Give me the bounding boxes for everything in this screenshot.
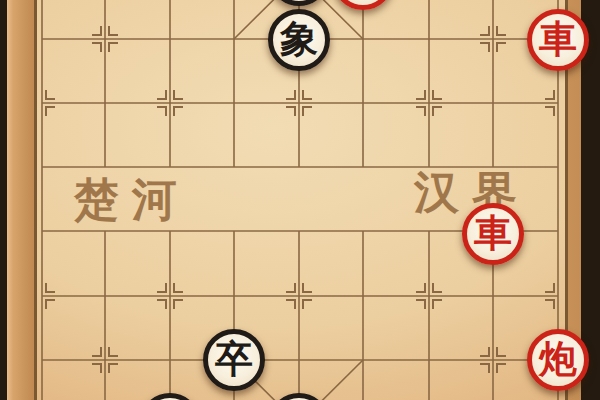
position-marker bbox=[303, 90, 312, 99]
piece-elephant-e8[interactable]: 象 bbox=[268, 9, 330, 71]
position-marker bbox=[157, 300, 166, 309]
position-marker bbox=[46, 283, 55, 292]
position-marker bbox=[303, 283, 312, 292]
piece-glyph: 車 bbox=[539, 20, 577, 58]
position-marker bbox=[480, 43, 489, 52]
position-marker bbox=[303, 107, 312, 116]
position-marker bbox=[174, 283, 183, 292]
position-marker bbox=[174, 300, 183, 309]
position-marker bbox=[433, 107, 442, 116]
position-marker bbox=[109, 364, 118, 373]
position-marker bbox=[109, 43, 118, 52]
position-marker bbox=[157, 107, 166, 116]
position-marker bbox=[286, 283, 295, 292]
position-marker bbox=[174, 90, 183, 99]
position-marker bbox=[157, 90, 166, 99]
position-marker bbox=[497, 364, 506, 373]
position-marker bbox=[497, 26, 506, 35]
position-marker bbox=[545, 107, 554, 116]
position-marker bbox=[433, 283, 442, 292]
xiangqi-board: 楚河 汉界 象車車卒炮 bbox=[0, 0, 600, 400]
position-marker bbox=[480, 347, 489, 356]
position-marker bbox=[416, 107, 425, 116]
position-marker bbox=[92, 43, 101, 52]
position-marker bbox=[286, 300, 295, 309]
position-marker bbox=[433, 300, 442, 309]
position-marker bbox=[174, 107, 183, 116]
river-text-chu-he: 楚河 bbox=[74, 177, 190, 222]
position-marker bbox=[416, 300, 425, 309]
position-marker bbox=[545, 90, 554, 99]
position-marker bbox=[480, 364, 489, 373]
position-marker bbox=[545, 300, 554, 309]
position-marker bbox=[109, 347, 118, 356]
position-marker bbox=[157, 283, 166, 292]
position-marker bbox=[303, 300, 312, 309]
position-marker bbox=[497, 347, 506, 356]
position-marker bbox=[92, 26, 101, 35]
position-marker bbox=[92, 347, 101, 356]
position-marker bbox=[46, 300, 55, 309]
piece-chariot-i8[interactable]: 車 bbox=[527, 9, 589, 71]
position-marker bbox=[109, 26, 118, 35]
position-marker bbox=[545, 283, 554, 292]
position-marker bbox=[92, 364, 101, 373]
position-marker bbox=[286, 90, 295, 99]
piece-glyph: 車 bbox=[474, 214, 512, 252]
position-marker bbox=[416, 283, 425, 292]
position-marker bbox=[416, 90, 425, 99]
piece-chariot-h5[interactable]: 車 bbox=[462, 203, 524, 265]
position-marker bbox=[46, 90, 55, 99]
position-marker bbox=[480, 26, 489, 35]
piece-cannon-i3[interactable]: 炮 bbox=[527, 329, 589, 391]
position-marker bbox=[46, 107, 55, 116]
piece-glyph: 象 bbox=[280, 20, 318, 58]
piece-soldier-d3[interactable]: 卒 bbox=[203, 329, 265, 391]
position-marker bbox=[286, 107, 295, 116]
river-text-han-jie: 汉界 bbox=[414, 170, 530, 215]
position-marker bbox=[497, 43, 506, 52]
piece-glyph: 卒 bbox=[215, 340, 253, 378]
piece-glyph: 炮 bbox=[539, 340, 577, 378]
position-marker bbox=[433, 90, 442, 99]
